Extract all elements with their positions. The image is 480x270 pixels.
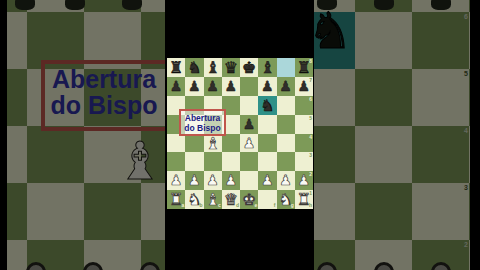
- square-c7[interactable]: ♟: [204, 77, 222, 96]
- square-h1[interactable]: ♜1h: [295, 190, 313, 209]
- square-d7[interactable]: ♟: [222, 77, 240, 96]
- square-h4[interactable]: 4: [295, 134, 313, 153]
- file-coordinate-label: a: [181, 203, 184, 208]
- piece-white-pawn: ♟: [240, 134, 258, 153]
- piece-black-pawn: ♟: [167, 77, 185, 96]
- piece-black-pawn: ♟: [258, 77, 276, 96]
- square-g7[interactable]: ♟: [277, 77, 295, 96]
- rank-coordinate-label: 2: [309, 172, 312, 177]
- square-d3[interactable]: [222, 152, 240, 171]
- piece-white-pawn: ♟: [204, 171, 222, 190]
- piece-black-pawn: ♟: [222, 77, 240, 96]
- square-f3[interactable]: [258, 152, 276, 171]
- piece-black-knight: ♞: [185, 58, 203, 77]
- square-g1[interactable]: ♞g: [277, 190, 295, 209]
- piece-black-queen: ♛: [222, 58, 240, 77]
- rank-coordinate-label: 1: [309, 191, 312, 196]
- file-coordinate-label: e: [254, 203, 257, 208]
- background-right-panel: ♞ 6 5 4 3 2: [314, 0, 470, 270]
- piece-black-pawn: ♟: [240, 115, 258, 134]
- square-e6[interactable]: [240, 96, 258, 115]
- background-left-panel: Abertura do Bispo ♝: [7, 0, 165, 270]
- square-g3[interactable]: [277, 152, 295, 171]
- square-f6[interactable]: ♞: [258, 96, 276, 115]
- piece-black-king: ♚: [240, 58, 258, 77]
- square-a8[interactable]: ♜: [167, 58, 185, 77]
- square-g4[interactable]: [277, 134, 295, 153]
- square-e1[interactable]: ♚e: [240, 190, 258, 209]
- file-coordinate-label: d: [236, 203, 239, 208]
- square-a1[interactable]: ♜a: [167, 190, 185, 209]
- square-c8[interactable]: ♝: [204, 58, 222, 77]
- piece-black-pawn: ♟: [277, 77, 295, 96]
- file-coordinate-label: f: [274, 203, 276, 208]
- square-c2[interactable]: ♟: [204, 171, 222, 190]
- file-coordinate-label: h: [309, 203, 312, 208]
- square-c1[interactable]: ♝c: [204, 190, 222, 209]
- square-e4[interactable]: ♟: [240, 134, 258, 153]
- piece-black-bishop: ♝: [258, 58, 276, 77]
- square-a4[interactable]: [167, 134, 185, 153]
- square-e2[interactable]: [240, 171, 258, 190]
- opening-label: Abertura do Bispo: [179, 109, 226, 136]
- square-f8[interactable]: ♝: [258, 58, 276, 77]
- rank-coordinate-label: 4: [309, 135, 312, 140]
- opening-label-line1: Abertura: [181, 113, 224, 123]
- square-d4[interactable]: [222, 134, 240, 153]
- square-b7[interactable]: ♟: [185, 77, 203, 96]
- square-d8[interactable]: ♛: [222, 58, 240, 77]
- square-f7[interactable]: ♟: [258, 77, 276, 96]
- square-f4[interactable]: [258, 134, 276, 153]
- square-a7[interactable]: ♟: [167, 77, 185, 96]
- square-h7[interactable]: ♟7: [295, 77, 313, 96]
- square-e7[interactable]: [240, 77, 258, 96]
- square-g5[interactable]: [277, 115, 295, 134]
- square-a3[interactable]: [167, 152, 185, 171]
- dim-overlay: [314, 0, 470, 270]
- piece-white-pawn: ♟: [167, 171, 185, 190]
- square-e8[interactable]: ♚: [240, 58, 258, 77]
- square-a2[interactable]: ♟: [167, 171, 185, 190]
- square-e5[interactable]: ♟: [240, 115, 258, 134]
- rank-coordinate-label: 7: [309, 78, 312, 83]
- piece-black-rook: ♜: [167, 58, 185, 77]
- piece-white-pawn: ♟: [185, 171, 203, 190]
- square-h8[interactable]: ♜8: [295, 58, 313, 77]
- square-d2[interactable]: ♟: [222, 171, 240, 190]
- piece-white-pawn: ♟: [222, 171, 240, 190]
- square-h2[interactable]: ♟2: [295, 171, 313, 190]
- rank-coordinate-label: 8: [309, 59, 312, 64]
- video-frame: Abertura do Bispo ♝ ♞ 6 5 4 3 2 ♜♞♝♛♚♝♜8…: [0, 0, 480, 270]
- piece-white-pawn: ♟: [258, 171, 276, 190]
- opening-label-line2: do Bispo: [181, 123, 224, 133]
- rank-coordinate-label: 5: [309, 116, 312, 121]
- rank-coordinate-label: 3: [309, 153, 312, 158]
- square-g6[interactable]: [277, 96, 295, 115]
- dim-overlay: [7, 0, 165, 270]
- square-g8[interactable]: [277, 58, 295, 77]
- square-b2[interactable]: ♟: [185, 171, 203, 190]
- piece-black-bishop: ♝: [204, 58, 222, 77]
- file-coordinate-label: g: [291, 203, 294, 208]
- square-b4[interactable]: [185, 134, 203, 153]
- piece-black-knight: ♞: [258, 96, 276, 115]
- square-e3[interactable]: [240, 152, 258, 171]
- piece-black-pawn: ♟: [185, 77, 203, 96]
- piece-white-bishop: ♝: [204, 134, 222, 153]
- square-b3[interactable]: [185, 152, 203, 171]
- file-coordinate-label: c: [218, 203, 221, 208]
- file-coordinate-label: b: [199, 203, 202, 208]
- piece-black-pawn: ♟: [204, 77, 222, 96]
- square-b8[interactable]: ♞: [185, 58, 203, 77]
- square-d1[interactable]: ♛d: [222, 190, 240, 209]
- square-b1[interactable]: ♞b: [185, 190, 203, 209]
- main-video-column: ♜♞♝♛♚♝♜8♟♟♟♟♟♟♟7♞6♟5♝♟43♟♟♟♟♟♟♟2♜a♞b♝c♛d…: [165, 0, 314, 270]
- square-h5[interactable]: 5: [295, 115, 313, 134]
- square-f2[interactable]: ♟: [258, 171, 276, 190]
- square-g2[interactable]: ♟: [277, 171, 295, 190]
- rank-coordinate-label: 6: [309, 97, 312, 102]
- square-h6[interactable]: 6: [295, 96, 313, 115]
- square-h3[interactable]: 3: [295, 152, 313, 171]
- square-c4[interactable]: ♝: [204, 134, 222, 153]
- square-c3[interactable]: [204, 152, 222, 171]
- square-f5[interactable]: [258, 115, 276, 134]
- piece-white-pawn: ♟: [277, 171, 295, 190]
- square-f1[interactable]: f: [258, 190, 276, 209]
